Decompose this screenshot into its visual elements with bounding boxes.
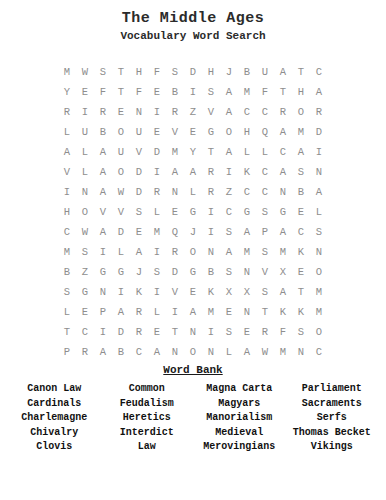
grid-cell: Z <box>76 262 94 282</box>
grid-cell: O <box>220 122 238 142</box>
grid-cell: J <box>130 262 148 282</box>
grid-cell: G <box>76 282 94 302</box>
grid-cell: D <box>184 62 202 82</box>
grid-cell: C <box>238 102 256 122</box>
grid-cell: I <box>148 102 166 122</box>
grid-cell: N <box>274 182 292 202</box>
grid-cell: Q <box>256 122 274 142</box>
grid-cell: C <box>256 182 274 202</box>
grid-cell: M <box>310 302 328 322</box>
grid-cell: U <box>130 122 148 142</box>
grid-cell: M <box>292 122 310 142</box>
grid-cell: N <box>310 162 328 182</box>
grid-cell: L <box>238 142 256 162</box>
grid-cell: E <box>148 82 166 102</box>
grid-cell: O <box>112 162 130 182</box>
grid-cell: K <box>274 302 292 322</box>
grid-cell: R <box>58 102 76 122</box>
grid-cell: S <box>292 322 310 342</box>
grid-cell: M <box>148 222 166 242</box>
grid-cell: O <box>292 102 310 122</box>
grid-cell: A <box>58 142 76 162</box>
grid-cell: V <box>94 202 112 222</box>
word-bank-item: Feudalism <box>101 397 194 412</box>
grid-cell: B <box>292 182 310 202</box>
grid-cell: I <box>184 82 202 102</box>
grid-cell: B <box>94 122 112 142</box>
grid-cell: L <box>256 142 274 162</box>
grid-cell: W <box>76 222 94 242</box>
grid-cell: K <box>292 302 310 322</box>
grid-cell: V <box>256 262 274 282</box>
grid-cell: R <box>166 242 184 262</box>
grid-cell: T <box>112 82 130 102</box>
word-bank-item: Parliament <box>286 382 379 397</box>
grid-cell: S <box>256 242 274 262</box>
grid-cell: N <box>310 242 328 262</box>
grid-cell: C <box>58 222 76 242</box>
grid-cell: F <box>148 62 166 82</box>
grid-cell: U <box>112 142 130 162</box>
grid-cell: B <box>166 82 184 102</box>
grid-cell: C <box>310 62 328 82</box>
grid-cell: R <box>130 302 148 322</box>
grid-cell: S <box>58 282 76 302</box>
grid-cell: Y <box>184 142 202 162</box>
grid-cell: C <box>76 322 94 342</box>
grid-cell: H <box>130 62 148 82</box>
grid-cell: E <box>76 302 94 322</box>
grid-cell: E <box>292 202 310 222</box>
word-bank-item: Heretics <box>101 411 194 426</box>
grid-cell: E <box>184 282 202 302</box>
grid-cell: B <box>202 262 220 282</box>
grid-cell: R <box>148 182 166 202</box>
grid-cell: W <box>112 182 130 202</box>
grid-cell: G <box>112 262 130 282</box>
grid-cell: E <box>166 202 184 222</box>
grid-cell: A <box>112 302 130 322</box>
grid-cell: A <box>148 342 166 362</box>
grid-cell: A <box>94 222 112 242</box>
word-bank: Canon LawCardinalsCharlemagneChivalryClo… <box>8 382 378 455</box>
grid-cell: C <box>220 202 238 222</box>
word-bank-column: Magna CartaMagyarsManorialismMedievalMer… <box>193 382 286 455</box>
grid-cell: L <box>76 162 94 182</box>
grid-cell: V <box>166 282 184 302</box>
grid-cell: A <box>274 222 292 242</box>
word-bank-column: Canon LawCardinalsCharlemagneChivalryClo… <box>8 382 101 455</box>
grid-cell: F <box>94 82 112 102</box>
word-bank-item: Cardinals <box>8 397 101 412</box>
grid-cell: J <box>184 222 202 242</box>
grid-cell: W <box>76 62 94 82</box>
grid-cell: T <box>112 62 130 82</box>
grid-cell: D <box>130 162 148 182</box>
grid-cell: I <box>94 242 112 262</box>
grid-cell: L <box>310 202 328 222</box>
grid-cell: E <box>112 102 130 122</box>
grid-cell: O <box>112 122 130 142</box>
grid-cell: T <box>202 142 220 162</box>
grid-cell: H <box>202 62 220 82</box>
grid-cell: L <box>148 202 166 222</box>
grid-cell: T <box>292 62 310 82</box>
grid-cell: S <box>220 222 238 242</box>
grid-cell: A <box>274 62 292 82</box>
grid-cell: R <box>274 102 292 122</box>
grid-cell: L <box>76 142 94 162</box>
grid-cell: K <box>202 282 220 302</box>
grid-cell: G <box>274 202 292 222</box>
word-bank-item: Chivalry <box>8 426 101 441</box>
grid-cell: E <box>220 302 238 322</box>
grid-cell: V <box>166 122 184 142</box>
grid-cell: N <box>166 342 184 362</box>
grid-cell: S <box>76 242 94 262</box>
grid-cell: L <box>112 242 130 262</box>
word-bank-item: Interdict <box>101 426 194 441</box>
grid-cell: D <box>148 142 166 162</box>
grid-cell: R <box>310 102 328 122</box>
grid-cell: U <box>76 122 94 142</box>
grid-cell: A <box>274 282 292 302</box>
word-bank-heading: Word Bank <box>0 364 386 376</box>
grid-cell: A <box>238 342 256 362</box>
grid-cell: C <box>310 342 328 362</box>
grid-cell: M <box>58 62 76 82</box>
grid-cell: L <box>58 302 76 322</box>
grid-cell: A <box>238 222 256 242</box>
grid-cell: G <box>184 262 202 282</box>
grid-cell: K <box>238 162 256 182</box>
grid-cell: V <box>58 162 76 182</box>
grid-cell: E <box>184 122 202 142</box>
grid-cell: G <box>238 202 256 222</box>
grid-cell: B <box>112 342 130 362</box>
grid-cell: A <box>310 82 328 102</box>
grid-cell: S <box>166 62 184 82</box>
grid-cell: C <box>256 102 274 122</box>
grid-cell: M <box>274 342 292 362</box>
grid-cell: S <box>292 162 310 182</box>
grid-cell: S <box>220 262 238 282</box>
grid-cell: C <box>130 342 148 362</box>
grid-cell: M <box>202 302 220 322</box>
grid-cell: E <box>130 222 148 242</box>
grid-cell: I <box>148 242 166 262</box>
grid-cell: A <box>94 162 112 182</box>
grid-cell: O <box>310 262 328 282</box>
grid-cell: D <box>112 322 130 342</box>
word-bank-column: ParliamentSacramentsSerfsThomas BecketVi… <box>286 382 379 455</box>
grid-cell: M <box>310 282 328 302</box>
grid-cell: M <box>274 242 292 262</box>
grid-cell: D <box>310 122 328 142</box>
grid-cell: T <box>166 322 184 342</box>
grid-cell: G <box>202 122 220 142</box>
grid-cell: A <box>274 162 292 182</box>
grid-cell: N <box>292 342 310 362</box>
grid-cell: I <box>310 142 328 162</box>
grid-cell: R <box>202 162 220 182</box>
word-bank-item: Serfs <box>286 411 379 426</box>
grid-cell: A <box>184 162 202 182</box>
grid-cell: E <box>148 122 166 142</box>
word-bank-item: Charlemagne <box>8 411 101 426</box>
page-title: The Middle Ages <box>0 10 386 27</box>
grid-cell: L <box>58 122 76 142</box>
grid-cell: I <box>202 222 220 242</box>
grid-cell: O <box>76 202 94 222</box>
grid-cell: S <box>148 262 166 282</box>
grid-cell: R <box>76 342 94 362</box>
grid-cell: B <box>58 262 76 282</box>
grid-cell: M <box>166 142 184 162</box>
grid-cell: A <box>274 122 292 142</box>
grid-cell: W <box>256 342 274 362</box>
grid-cell: A <box>94 182 112 202</box>
grid-cell: H <box>292 82 310 102</box>
word-bank-item: Sacraments <box>286 397 379 412</box>
grid-cell: L <box>220 342 238 362</box>
grid-cell: L <box>148 302 166 322</box>
grid-cell: N <box>130 102 148 122</box>
grid-cell: O <box>184 242 202 262</box>
grid-cell: X <box>238 282 256 302</box>
grid-cell: A <box>292 142 310 162</box>
grid-cell: A <box>94 342 112 362</box>
grid-cell: T <box>274 82 292 102</box>
grid-cell: S <box>130 202 148 222</box>
grid-cell: R <box>202 182 220 202</box>
grid-cell: H <box>58 202 76 222</box>
grid-cell: A <box>130 242 148 262</box>
grid-cell: V <box>130 142 148 162</box>
worksheet: The Middle Ages Vocabulary Word Search M… <box>0 0 386 500</box>
word-bank-item: Vikings <box>286 440 379 455</box>
grid-cell: O <box>184 342 202 362</box>
grid-cell: A <box>220 142 238 162</box>
grid-cell: N <box>166 182 184 202</box>
word-bank-item: Canon Law <box>8 382 101 397</box>
grid-cell: C <box>292 222 310 242</box>
grid-cell: R <box>166 102 184 122</box>
grid-cell: V <box>202 102 220 122</box>
grid-cell: P <box>256 222 274 242</box>
word-search-grid: MWSTHFSDHJBUATCYEFTFEBISAMFTHARIRENIRZVA… <box>58 62 328 362</box>
grid-cell: S <box>256 202 274 222</box>
grid-cell: N <box>238 302 256 322</box>
grid-cell: I <box>220 162 238 182</box>
grid-cell: D <box>112 222 130 242</box>
grid-cell: F <box>256 82 274 102</box>
grid-cell: M <box>238 82 256 102</box>
grid-cell: N <box>238 262 256 282</box>
grid-cell: S <box>256 282 274 302</box>
grid-cell: T <box>292 282 310 302</box>
grid-cell: H <box>238 122 256 142</box>
grid-cell: F <box>274 322 292 342</box>
grid-cell: A <box>310 182 328 202</box>
grid-cell: S <box>220 322 238 342</box>
grid-cell: L <box>184 182 202 202</box>
grid-cell: E <box>292 262 310 282</box>
grid-cell: G <box>94 262 112 282</box>
grid-cell: M <box>238 242 256 262</box>
grid-cell: Z <box>184 102 202 122</box>
word-bank-item: Clovis <box>8 440 101 455</box>
grid-cell: F <box>130 82 148 102</box>
grid-cell: I <box>202 322 220 342</box>
grid-cell: M <box>58 242 76 262</box>
word-bank-item: Thomas Becket <box>286 426 379 441</box>
grid-cell: S <box>202 82 220 102</box>
grid-cell: X <box>274 262 292 282</box>
grid-cell: K <box>130 282 148 302</box>
grid-cell: D <box>130 182 148 202</box>
grid-cell: P <box>58 342 76 362</box>
grid-cell: C <box>256 162 274 182</box>
grid-cell: J <box>220 62 238 82</box>
page-subtitle: Vocabulary Word Search <box>0 30 386 42</box>
word-bank-item: Magyars <box>193 397 286 412</box>
grid-cell: P <box>94 302 112 322</box>
grid-cell: D <box>166 262 184 282</box>
grid-cell: I <box>148 162 166 182</box>
grid-cell: R <box>130 322 148 342</box>
grid-cell: A <box>220 82 238 102</box>
grid-cell: G <box>184 202 202 222</box>
grid-cell: U <box>256 62 274 82</box>
grid-cell: E <box>148 322 166 342</box>
grid-cell: E <box>238 322 256 342</box>
grid-cell: N <box>184 322 202 342</box>
grid-cell: B <box>238 62 256 82</box>
grid-cell: T <box>58 322 76 342</box>
grid-cell: A <box>94 142 112 162</box>
grid-cell: S <box>310 222 328 242</box>
grid-cell: O <box>310 322 328 342</box>
word-bank-item: Law <box>101 440 194 455</box>
grid-cell: N <box>76 182 94 202</box>
grid-cell: X <box>220 282 238 302</box>
grid-cell: I <box>76 102 94 122</box>
grid-cell: A <box>220 102 238 122</box>
grid-cell: R <box>256 322 274 342</box>
grid-cell: A <box>184 302 202 322</box>
grid-cell: I <box>94 322 112 342</box>
grid-cell: V <box>112 202 130 222</box>
grid-cell: Z <box>220 182 238 202</box>
grid-cell: I <box>112 282 130 302</box>
grid-cell: N <box>202 342 220 362</box>
grid-cell: I <box>58 182 76 202</box>
word-bank-item: Merovingians <box>193 440 286 455</box>
grid-cell: Y <box>58 82 76 102</box>
word-bank-item: Magna Carta <box>193 382 286 397</box>
grid-cell: C <box>238 182 256 202</box>
grid-cell: E <box>76 82 94 102</box>
word-bank-item: Manorialism <box>193 411 286 426</box>
grid-cell: K <box>292 242 310 262</box>
grid-cell: N <box>202 242 220 262</box>
grid-cell: I <box>166 302 184 322</box>
word-bank-column: CommonFeudalismHereticsInterdictLaw <box>101 382 194 455</box>
word-bank-item: Medieval <box>193 426 286 441</box>
grid-cell: Q <box>166 222 184 242</box>
grid-cell: S <box>94 62 112 82</box>
grid-cell: T <box>256 302 274 322</box>
grid-cell: I <box>202 202 220 222</box>
grid-cell: N <box>94 282 112 302</box>
word-bank-item: Common <box>101 382 194 397</box>
grid-cell: A <box>166 162 184 182</box>
grid-cell: I <box>148 282 166 302</box>
grid-cell: C <box>274 142 292 162</box>
grid-cell: R <box>94 102 112 122</box>
grid-cell: A <box>220 242 238 262</box>
